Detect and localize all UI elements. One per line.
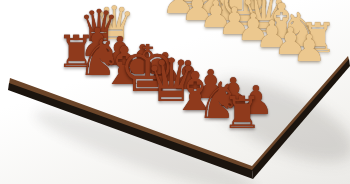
black-pawn-a7: ♟ xyxy=(238,81,273,121)
square-a3 xyxy=(283,68,312,85)
square-b7 xyxy=(211,102,248,123)
white-knight-b1: ♞ xyxy=(279,7,321,53)
square-d1 xyxy=(247,31,275,45)
black-pawn-d7: ♟ xyxy=(170,57,205,97)
board-grid xyxy=(48,6,329,147)
white-bishop-c1: ♝ xyxy=(260,0,304,47)
square-f7 xyxy=(118,70,159,90)
square-g6 xyxy=(114,52,153,70)
square-d3 xyxy=(223,47,254,63)
square-a2 xyxy=(293,59,321,75)
square-e1 xyxy=(228,25,257,39)
white-pawn-g2: ♟ xyxy=(181,0,214,27)
square-c1 xyxy=(265,38,293,52)
white-king-e1: ♚ xyxy=(219,0,272,34)
square-d6 xyxy=(181,75,218,94)
square-f4 xyxy=(169,41,203,57)
square-a1 xyxy=(302,51,329,66)
extra-light-queen: ♛ xyxy=(93,0,134,46)
square-b2 xyxy=(274,52,302,67)
table-shadow-near xyxy=(29,99,262,184)
square-c6 xyxy=(203,83,239,102)
white-pawn-e2: ♟ xyxy=(218,3,251,40)
white-pawn-a2: ♟ xyxy=(292,30,325,67)
square-b6 xyxy=(226,91,261,111)
square-b4 xyxy=(252,70,283,87)
square-f1 xyxy=(210,18,240,32)
board-side-molding xyxy=(0,0,350,184)
black-pawn-h7: ♟ xyxy=(80,24,115,64)
square-d4 xyxy=(210,56,243,73)
square-a5 xyxy=(261,87,293,106)
black-bishop-f8: ♝ xyxy=(100,39,147,92)
black-rook-h8: ♜ xyxy=(57,30,96,74)
black-pawn-f7: ♟ xyxy=(125,40,160,80)
black-knight-g8: ♞ xyxy=(78,33,123,83)
square-h2 xyxy=(159,12,191,26)
square-e2 xyxy=(216,32,246,47)
square-h4 xyxy=(128,27,164,43)
white-knight-g1: ♞ xyxy=(189,0,231,20)
square-c8 xyxy=(170,106,211,128)
square-b3 xyxy=(263,61,293,77)
square-g2 xyxy=(178,19,210,33)
square-c3 xyxy=(243,54,274,70)
square-b1 xyxy=(284,44,311,59)
square-h7 xyxy=(71,54,114,73)
square-f5 xyxy=(153,50,189,67)
square-c7 xyxy=(188,94,226,115)
square-e5 xyxy=(175,57,211,75)
black-pawn-e7: ♟ xyxy=(148,48,183,88)
square-a7 xyxy=(234,110,270,132)
molding-right xyxy=(252,59,350,179)
white-rook-h1: ♜ xyxy=(173,0,209,13)
square-h3 xyxy=(144,19,178,34)
square-a6 xyxy=(248,98,282,118)
square-a8 xyxy=(219,123,257,146)
square-h8 xyxy=(48,64,94,84)
square-h1 xyxy=(173,6,204,19)
white-pawn-b2: ♟ xyxy=(274,23,307,60)
square-f6 xyxy=(136,59,175,77)
square-g8 xyxy=(73,73,118,94)
black-king-e8: ♚ xyxy=(119,37,177,102)
square-a4 xyxy=(272,77,303,95)
square-g3 xyxy=(164,26,197,41)
square-h6 xyxy=(91,44,131,62)
white-pawn-d2: ♟ xyxy=(236,10,269,47)
border-fillet-line xyxy=(35,2,335,153)
square-d2 xyxy=(236,39,266,54)
square-d5 xyxy=(196,65,231,83)
square-g7 xyxy=(94,62,136,81)
square-g4 xyxy=(149,34,184,50)
square-c4 xyxy=(231,63,263,80)
square-b8 xyxy=(195,115,235,138)
black-pawn-c7: ♟ xyxy=(193,65,228,105)
square-c2 xyxy=(255,46,284,61)
square-h5 xyxy=(110,35,148,52)
chess-board xyxy=(10,0,348,166)
square-g5 xyxy=(132,43,169,60)
square-d7 xyxy=(164,86,203,106)
side-face-right xyxy=(252,56,349,171)
product-photo-scene: ♜♞♝♛♚♝♞♜♟♟♟♟♟♟♟♟♟♟♟♟♟♟♟♟♜♞♝♛♚♝♞♜♛♛ xyxy=(0,0,350,184)
black-pawn-g7: ♟ xyxy=(102,32,137,72)
square-e3 xyxy=(204,40,236,56)
square-c5 xyxy=(218,72,252,90)
square-e4 xyxy=(190,48,224,65)
white-pawn-h2: ♟ xyxy=(162,0,195,20)
square-f8 xyxy=(97,81,141,102)
square-e8 xyxy=(122,89,165,111)
pieces-layer: ♜♞♝♛♚♝♞♜♟♟♟♟♟♟♟♟♟♟♟♟♟♟♟♟♜♞♝♛♚♝♞♜♛♛ xyxy=(0,0,350,184)
white-bishop-f1: ♝ xyxy=(206,0,250,27)
black-queen-d8: ♛ xyxy=(145,50,198,109)
black-bishop-c8: ♝ xyxy=(171,65,219,118)
molding-left xyxy=(8,83,253,179)
square-g1 xyxy=(191,12,221,25)
square-f3 xyxy=(184,33,217,48)
white-pawn-f2: ♟ xyxy=(199,0,232,33)
square-e7 xyxy=(141,78,181,98)
square-d8 xyxy=(146,98,188,120)
square-e6 xyxy=(159,67,197,86)
side-face-left xyxy=(9,78,252,171)
black-knight-b8: ♞ xyxy=(196,76,241,126)
table-shadow-right xyxy=(200,63,350,179)
extra-dark-queen: ♛ xyxy=(79,4,118,48)
square-b5 xyxy=(239,80,272,99)
black-rook-a8: ♜ xyxy=(223,91,262,135)
white-pawn-c2: ♟ xyxy=(255,16,288,53)
white-rook-a1: ♜ xyxy=(300,19,336,60)
white-queen-d1: ♛ xyxy=(239,0,288,40)
square-f2 xyxy=(197,26,228,40)
black-pawn-b7: ♟ xyxy=(216,73,251,113)
